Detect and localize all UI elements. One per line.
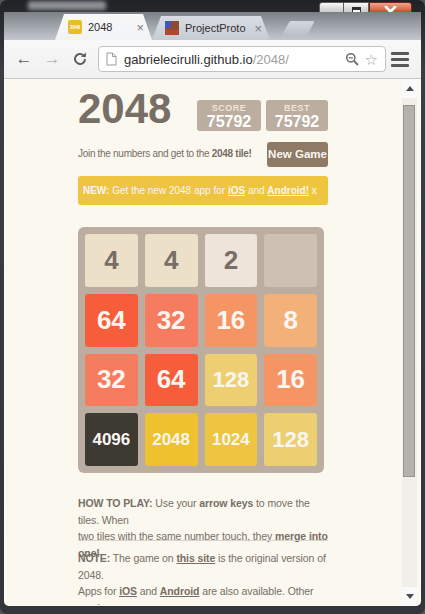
tile-64: 64 [85, 294, 138, 347]
url-path: /2048/ [253, 52, 289, 67]
banner-close-icon[interactable]: x [311, 176, 317, 205]
scrollbar[interactable] [402, 79, 417, 606]
new-tab-button[interactable] [282, 21, 314, 35]
tile-16: 16 [264, 354, 317, 407]
projectproto-favicon [165, 21, 179, 35]
tile-128: 128 [205, 354, 258, 407]
score-value: 75792 [197, 113, 261, 130]
android-note-link[interactable]: Android [160, 585, 200, 597]
browser-window: 2048 2048 × ProjectProto × ← → gabrielec… [0, 0, 425, 614]
tile-8: 8 [264, 294, 317, 347]
tab-close-icon[interactable]: × [254, 22, 262, 35]
forward-icon: → [44, 49, 61, 69]
page-title: 2048 [78, 87, 171, 131]
ios-note-link[interactable]: iOS [119, 585, 137, 597]
back-icon: ← [16, 49, 33, 69]
scrollbar-thumb[interactable] [403, 105, 415, 477]
tile-2048: 2048 [145, 413, 198, 466]
best-label: BEST [266, 104, 328, 113]
tile-1024: 1024 [205, 413, 258, 466]
reload-icon [72, 51, 88, 67]
new-game-button[interactable]: New Game [267, 142, 328, 167]
empty-cell [264, 234, 317, 287]
divider [78, 540, 328, 541]
android-link[interactable]: Android! [267, 185, 309, 196]
board-grid: 4426432168326412816409620481024128 [78, 227, 324, 473]
scroll-down-icon [406, 594, 414, 599]
scroll-down-button[interactable] [402, 587, 417, 606]
ios-link[interactable]: iOS [228, 185, 245, 196]
tile-4096: 4096 [85, 413, 138, 466]
tile-32: 32 [85, 354, 138, 407]
back-button[interactable]: ← [12, 47, 36, 71]
note-text: NOTE: The game on this site is the origi… [78, 550, 328, 606]
address-bar[interactable]: gabrielecirulli.github.io/2048/ ☆ [98, 46, 386, 72]
url-host: gabrielecirulli.github.io [124, 52, 253, 67]
menu-button[interactable] [387, 51, 413, 68]
this-site-link[interactable]: this site [176, 552, 215, 564]
tile-128: 128 [264, 413, 317, 466]
scroll-up-button[interactable] [402, 79, 417, 98]
url-text: gabrielecirulli.github.io/2048/ [124, 52, 289, 67]
forward-button[interactable]: → [40, 47, 64, 71]
tile-4: 4 [145, 234, 198, 287]
blurred-window-title [28, 1, 106, 10]
app-banner: NEW: Get the new 2048 app for iOS and An… [78, 176, 328, 205]
reload-button[interactable] [68, 47, 92, 71]
tile-4: 4 [85, 234, 138, 287]
tab-close-icon[interactable]: × [136, 21, 144, 34]
best-value: 75792 [266, 113, 328, 130]
score-label: SCORE [197, 104, 261, 113]
tab-strip: 2048 2048 × ProjectProto × [4, 12, 421, 40]
best-box: BEST 75792 [266, 100, 328, 131]
page-content: 2048 SCORE 75792 BEST 75792 Join the num… [4, 79, 421, 606]
tile-16: 16 [205, 294, 258, 347]
page-icon [106, 52, 117, 66]
bookmark-star-icon[interactable]: ☆ [365, 52, 378, 67]
browser-toolbar: ← → gabrielecirulli.github.io/2048/ ☆ [4, 40, 421, 79]
score-box: SCORE 75792 [197, 100, 261, 131]
tab-projectproto[interactable]: ProjectProto × [152, 16, 270, 40]
tile-32: 32 [145, 294, 198, 347]
tab-label: ProjectProto [185, 22, 250, 34]
scroll-up-icon [406, 86, 414, 91]
tab-label: 2048 [88, 21, 132, 33]
zoom-icon[interactable] [345, 52, 360, 67]
tagline: Join the numbers and get to the 2048 til… [78, 147, 252, 161]
tab-2048[interactable]: 2048 2048 × [55, 14, 152, 40]
tile-64: 64 [145, 354, 198, 407]
2048-favicon: 2048 [68, 20, 82, 34]
tile-2: 2 [205, 234, 258, 287]
